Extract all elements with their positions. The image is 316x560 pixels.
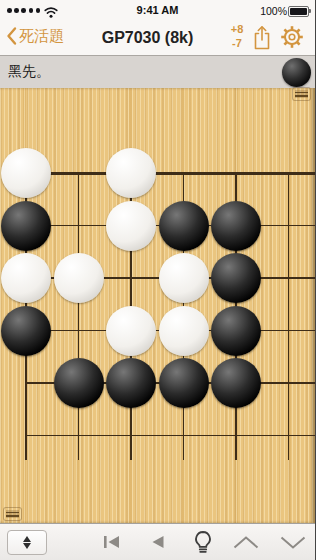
next-problem-button[interactable] [278,527,308,557]
rating-change-badge: +8 -7 [227,22,247,50]
board-region-handle-top-right[interactable] [292,87,311,101]
black-stone [211,201,261,251]
white-stone [54,253,104,303]
black-stone [211,358,261,408]
chevron-down-icon [280,536,306,549]
status-bar: 9:41 AM 100% [0,0,315,20]
black-stone [159,201,209,251]
black-stone [211,306,261,356]
share-button[interactable] [251,24,275,52]
page-title: GP7030 (8k) [70,29,225,47]
black-stone [159,358,209,408]
go-board[interactable] [0,88,315,523]
grid-line [25,172,316,175]
navigation-bar: 死活題 GP7030 (8k) +8 -7 [0,20,315,56]
share-icon [251,24,273,52]
rating-loss: -7 [227,36,247,50]
to-start-button[interactable] [97,527,127,557]
black-stone [106,358,156,408]
black-stone [54,358,104,408]
skip-to-start-icon [103,535,121,549]
back-arrow-icon [151,535,165,549]
settings-button[interactable] [279,24,307,52]
white-stone [106,201,156,251]
white-stone [1,253,51,303]
chevron-up-icon [233,536,259,549]
rating-gain: +8 [227,22,247,36]
grid-line [288,172,290,461]
triangle-down-icon [23,543,31,549]
white-stone [159,253,209,303]
white-stone [159,306,209,356]
prev-problem-button[interactable] [231,527,261,557]
battery-icon [288,6,309,17]
back-button[interactable]: 死活題 [6,26,64,46]
chevron-left-icon [6,26,17,46]
triangle-up-icon [23,536,31,542]
white-stone [106,306,156,356]
gear-icon [279,24,305,50]
hint-button[interactable] [188,527,218,557]
move-stepper-button[interactable] [7,530,47,555]
app-screen: 9:41 AM 100% 死活題 GP7030 (8k) +8 -7 [0,0,315,560]
white-stone [106,148,156,198]
problem-info-strip: 黑先。 [0,56,315,88]
back-button-label: 死活題 [19,27,64,46]
white-stone [1,148,51,198]
black-stone [1,201,51,251]
bottom-toolbar [0,523,315,560]
instruction-text: 黑先。 [8,63,50,81]
black-stone [211,253,261,303]
battery-percent: 100% [260,5,287,17]
grid-line [78,172,80,461]
black-stone [1,306,51,356]
undo-move-button[interactable] [143,527,173,557]
grid-line [25,435,316,437]
lightbulb-icon [193,530,213,554]
board-region-handle-bottom-left[interactable] [3,507,22,521]
to-move-stone-icon [282,58,311,87]
